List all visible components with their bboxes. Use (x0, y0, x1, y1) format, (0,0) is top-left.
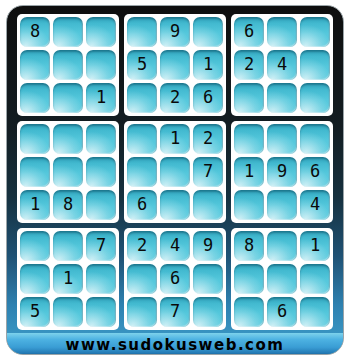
sudoku-board-frame: 8195126624181276196471524967816 www.sudo… (6, 5, 344, 355)
cell-r9c7[interactable] (234, 297, 264, 327)
cell-r5c4[interactable] (127, 157, 157, 187)
cell-r6c1[interactable]: 1 (20, 190, 50, 220)
box-r3c3: 816 (231, 228, 333, 330)
cell-r6c5[interactable] (160, 190, 190, 220)
cell-r4c2[interactable] (53, 124, 83, 154)
cell-r7c3[interactable]: 7 (86, 231, 116, 261)
cell-value: 6 (244, 23, 254, 40)
cell-r4c9[interactable] (300, 124, 330, 154)
cell-r5c6[interactable]: 7 (193, 157, 223, 187)
cell-r7c4[interactable]: 2 (127, 231, 157, 261)
cell-value: 9 (170, 23, 180, 40)
cell-r1c4[interactable] (127, 17, 157, 47)
cell-value: 6 (310, 163, 320, 180)
cell-r3c4[interactable] (127, 83, 157, 113)
cell-value: 5 (30, 303, 40, 320)
cell-r1c3[interactable] (86, 17, 116, 47)
cell-r3c9[interactable] (300, 83, 330, 113)
cell-r8c3[interactable] (86, 264, 116, 294)
cell-value: 2 (137, 237, 147, 254)
cell-r4c4[interactable] (127, 124, 157, 154)
cell-r4c6[interactable]: 2 (193, 124, 223, 154)
cell-r8c4[interactable] (127, 264, 157, 294)
cell-r3c8[interactable] (267, 83, 297, 113)
cell-value: 1 (203, 56, 213, 73)
cell-r1c2[interactable] (53, 17, 83, 47)
box-r3c1: 715 (17, 228, 119, 330)
cell-value: 7 (170, 303, 180, 320)
cell-r6c3[interactable] (86, 190, 116, 220)
footer-bar: www.sudokusweb.com (7, 333, 343, 355)
cell-value: 1 (63, 270, 73, 287)
cell-r5c2[interactable] (53, 157, 83, 187)
cell-r2c1[interactable] (20, 50, 50, 80)
cell-value: 4 (170, 237, 180, 254)
cell-r8c5[interactable]: 6 (160, 264, 190, 294)
cell-value: 1 (310, 237, 320, 254)
cell-r1c5[interactable]: 9 (160, 17, 190, 47)
cell-r2c9[interactable] (300, 50, 330, 80)
cell-r1c6[interactable] (193, 17, 223, 47)
cell-r3c1[interactable] (20, 83, 50, 113)
cell-r9c4[interactable] (127, 297, 157, 327)
cell-value: 4 (277, 56, 287, 73)
cell-r3c5[interactable]: 2 (160, 83, 190, 113)
cell-value: 2 (170, 89, 180, 106)
cell-value: 9 (277, 163, 287, 180)
cell-r2c3[interactable] (86, 50, 116, 80)
box-r2c1: 18 (17, 121, 119, 223)
cell-r9c1[interactable]: 5 (20, 297, 50, 327)
cell-r7c7[interactable]: 8 (234, 231, 264, 261)
cell-value: 6 (277, 303, 287, 320)
cell-value: 6 (170, 270, 180, 287)
cell-r6c7[interactable] (234, 190, 264, 220)
cell-r6c8[interactable] (267, 190, 297, 220)
website-url[interactable]: www.sudokusweb.com (66, 336, 285, 354)
cell-r1c8[interactable] (267, 17, 297, 47)
cell-r8c6[interactable] (193, 264, 223, 294)
cell-r9c2[interactable] (53, 297, 83, 327)
cell-r8c7[interactable] (234, 264, 264, 294)
cell-r9c9[interactable] (300, 297, 330, 327)
cell-r7c2[interactable] (53, 231, 83, 261)
cell-r7c5[interactable]: 4 (160, 231, 190, 261)
cell-r3c2[interactable] (53, 83, 83, 113)
cell-value: 7 (203, 163, 213, 180)
cell-r6c6[interactable] (193, 190, 223, 220)
sudoku-grid: 8195126624181276196471524967816 (17, 14, 333, 330)
cell-value: 4 (310, 196, 320, 213)
cell-r3c6[interactable]: 6 (193, 83, 223, 113)
cell-value: 2 (203, 130, 213, 147)
cell-r1c1[interactable]: 8 (20, 17, 50, 47)
cell-r8c1[interactable] (20, 264, 50, 294)
cell-r2c5[interactable] (160, 50, 190, 80)
cell-r4c5[interactable]: 1 (160, 124, 190, 154)
cell-r9c3[interactable] (86, 297, 116, 327)
box-r1c1: 81 (17, 14, 119, 116)
cell-r9c6[interactable] (193, 297, 223, 327)
cell-r2c6[interactable]: 1 (193, 50, 223, 80)
cell-r6c9[interactable]: 4 (300, 190, 330, 220)
cell-r4c7[interactable] (234, 124, 264, 154)
cell-r5c8[interactable]: 9 (267, 157, 297, 187)
cell-value: 9 (203, 237, 213, 254)
box-r2c2: 1276 (124, 121, 226, 223)
cell-r9c8[interactable]: 6 (267, 297, 297, 327)
cell-r4c8[interactable] (267, 124, 297, 154)
cell-r5c9[interactable]: 6 (300, 157, 330, 187)
cell-value: 2 (244, 56, 254, 73)
box-r1c2: 95126 (124, 14, 226, 116)
cell-r4c1[interactable] (20, 124, 50, 154)
cell-r7c8[interactable] (267, 231, 297, 261)
cell-r3c7[interactable] (234, 83, 264, 113)
cell-r8c2[interactable]: 1 (53, 264, 83, 294)
cell-r3c3[interactable]: 1 (86, 83, 116, 113)
box-r2c3: 1964 (231, 121, 333, 223)
cell-value: 1 (244, 163, 254, 180)
cell-value: 1 (30, 196, 40, 213)
cell-r6c2[interactable]: 8 (53, 190, 83, 220)
box-r3c2: 24967 (124, 228, 226, 330)
cell-value: 6 (203, 89, 213, 106)
cell-value: 8 (63, 196, 73, 213)
box-r1c3: 624 (231, 14, 333, 116)
cell-r2c8[interactable]: 4 (267, 50, 297, 80)
cell-r2c2[interactable] (53, 50, 83, 80)
cell-r7c1[interactable] (20, 231, 50, 261)
cell-value: 1 (170, 130, 180, 147)
cell-r9c5[interactable]: 7 (160, 297, 190, 327)
cell-r4c3[interactable] (86, 124, 116, 154)
cell-r6c4[interactable]: 6 (127, 190, 157, 220)
cell-r1c7[interactable]: 6 (234, 17, 264, 47)
cell-r8c9[interactable] (300, 264, 330, 294)
cell-r5c1[interactable] (20, 157, 50, 187)
cell-r2c4[interactable]: 5 (127, 50, 157, 80)
cell-r5c3[interactable] (86, 157, 116, 187)
cell-value: 6 (137, 196, 147, 213)
cell-r1c9[interactable] (300, 17, 330, 47)
cell-r7c6[interactable]: 9 (193, 231, 223, 261)
cell-value: 1 (96, 89, 106, 106)
cell-value: 8 (244, 237, 254, 254)
cell-r7c9[interactable]: 1 (300, 231, 330, 261)
cell-r8c8[interactable] (267, 264, 297, 294)
cell-value: 8 (30, 23, 40, 40)
cell-r2c7[interactable]: 2 (234, 50, 264, 80)
cell-value: 7 (96, 237, 106, 254)
cell-r5c5[interactable] (160, 157, 190, 187)
cell-value: 5 (137, 56, 147, 73)
cell-r5c7[interactable]: 1 (234, 157, 264, 187)
